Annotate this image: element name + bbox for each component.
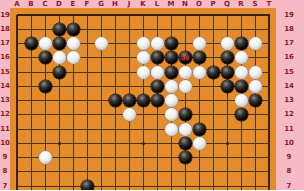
stone-white-J12 xyxy=(123,108,136,121)
grid-line xyxy=(213,15,214,190)
row-label-left-14: 14 xyxy=(0,82,11,91)
stone-black-D17 xyxy=(53,37,66,50)
stone-black-M16 xyxy=(165,51,178,64)
stone-white-O17 xyxy=(193,37,206,50)
stone-white-R16 xyxy=(235,51,248,64)
row-label-right-18: 18 xyxy=(282,25,296,34)
row-label-left-17: 17 xyxy=(0,39,11,48)
row-label-right-9: 9 xyxy=(282,153,296,162)
stone-black-O16 xyxy=(193,51,206,64)
grid-line xyxy=(16,15,18,190)
row-label-right-15: 15 xyxy=(282,68,296,77)
col-label-S: S xyxy=(248,0,262,8)
row-label-right-7: 7 xyxy=(282,182,296,191)
col-label-G: G xyxy=(94,0,108,8)
stone-white-E17 xyxy=(67,37,80,50)
row-label-left-19: 19 xyxy=(0,11,11,20)
grid-line xyxy=(268,15,270,190)
col-label-P: P xyxy=(206,0,220,8)
stone-white-M12 xyxy=(165,108,178,121)
col-label-N: N xyxy=(178,0,192,8)
stone-white-S14 xyxy=(249,80,262,93)
stone-white-D16 xyxy=(53,51,66,64)
col-label-A: A xyxy=(10,0,24,8)
col-label-T: T xyxy=(262,0,276,8)
grid-line xyxy=(17,171,270,172)
stone-white-C9 xyxy=(39,151,52,164)
grid-line xyxy=(87,15,88,190)
row-label-left-18: 18 xyxy=(0,25,11,34)
go-app-window: ABCDEFGHJKLMNOPQRST191918181717161615151… xyxy=(0,0,304,190)
row-label-left-11: 11 xyxy=(0,125,11,134)
stone-white-S17 xyxy=(249,37,262,50)
stone-white-R15 xyxy=(235,66,248,79)
grid-line xyxy=(17,114,270,115)
row-label-left-10: 10 xyxy=(0,139,11,148)
stone-black-R14 xyxy=(235,80,248,93)
stone-white-M13 xyxy=(165,94,178,107)
stone-white-M11 xyxy=(165,123,178,136)
col-label-C: C xyxy=(38,0,52,8)
grid-line xyxy=(17,186,270,187)
row-label-left-7: 7 xyxy=(0,182,11,191)
row-label-left-9: 9 xyxy=(0,153,11,162)
stone-black-C14 xyxy=(39,80,52,93)
stone-black-O11 xyxy=(193,123,206,136)
stone-black-N16: 39 xyxy=(179,51,192,64)
stone-white-G17 xyxy=(95,37,108,50)
col-label-H: H xyxy=(108,0,122,8)
row-label-right-12: 12 xyxy=(282,110,296,119)
stone-black-D15 xyxy=(53,66,66,79)
row-label-right-11: 11 xyxy=(282,125,296,134)
stone-black-M17 xyxy=(165,37,178,50)
stone-white-E16 xyxy=(67,51,80,64)
row-label-right-19: 19 xyxy=(282,11,296,20)
stone-black-N12 xyxy=(179,108,192,121)
stone-black-Q15 xyxy=(221,66,234,79)
star-point-K10 xyxy=(142,142,145,145)
row-label-right-17: 17 xyxy=(282,39,296,48)
stone-white-L15 xyxy=(151,66,164,79)
col-label-L: L xyxy=(150,0,164,8)
stone-white-K16 xyxy=(137,51,150,64)
stone-black-Q14 xyxy=(221,80,234,93)
stone-black-Q16 xyxy=(221,51,234,64)
col-label-K: K xyxy=(136,0,150,8)
stone-black-B17 xyxy=(25,37,38,50)
row-label-right-14: 14 xyxy=(282,82,296,91)
stone-black-C16 xyxy=(39,51,52,64)
col-label-R: R xyxy=(234,0,248,8)
row-label-left-13: 13 xyxy=(0,96,11,105)
stone-black-S13 xyxy=(249,94,262,107)
stone-white-K15 xyxy=(137,66,150,79)
row-label-left-15: 15 xyxy=(0,68,11,77)
stone-black-L16 xyxy=(151,51,164,64)
stone-black-K13 xyxy=(137,94,150,107)
star-point-Q10 xyxy=(226,142,229,145)
row-label-left-8: 8 xyxy=(0,167,11,176)
stone-black-L14 xyxy=(151,80,164,93)
row-label-right-16: 16 xyxy=(282,53,296,62)
stone-white-N15 xyxy=(179,66,192,79)
stone-white-R13 xyxy=(235,94,248,107)
col-label-Q: Q xyxy=(220,0,234,8)
stone-white-O15 xyxy=(193,66,206,79)
grid-line xyxy=(17,157,270,158)
col-label-M: M xyxy=(164,0,178,8)
stone-white-N11 xyxy=(179,123,192,136)
col-label-J: J xyxy=(122,0,136,8)
row-label-left-16: 16 xyxy=(0,53,11,62)
stone-black-M15 xyxy=(165,66,178,79)
stone-black-N10 xyxy=(179,137,192,150)
stone-black-F7 xyxy=(81,180,94,191)
stone-black-E18 xyxy=(67,23,80,36)
stone-white-N14 xyxy=(179,80,192,93)
col-label-O: O xyxy=(192,0,206,8)
grid-line xyxy=(17,14,270,16)
grid-line xyxy=(17,129,270,130)
stone-white-O10 xyxy=(193,137,206,150)
col-label-E: E xyxy=(66,0,80,8)
stone-white-C17 xyxy=(39,37,52,50)
stone-black-L13 xyxy=(151,94,164,107)
move-number-label: 39 xyxy=(181,55,188,61)
col-label-B: B xyxy=(24,0,38,8)
star-point-D10 xyxy=(58,142,61,145)
row-label-right-8: 8 xyxy=(282,167,296,176)
stone-white-S15 xyxy=(249,66,262,79)
col-label-D: D xyxy=(52,0,66,8)
row-label-right-10: 10 xyxy=(282,139,296,148)
stone-black-R12 xyxy=(235,108,248,121)
stone-white-Q17 xyxy=(221,37,234,50)
stone-white-M14 xyxy=(165,80,178,93)
stone-black-P15 xyxy=(207,66,220,79)
stone-black-H13 xyxy=(109,94,122,107)
stone-white-L17 xyxy=(151,37,164,50)
col-label-F: F xyxy=(80,0,94,8)
stone-black-R17 xyxy=(235,37,248,50)
row-label-right-13: 13 xyxy=(282,96,296,105)
stone-black-J13 xyxy=(123,94,136,107)
stone-black-N9 xyxy=(179,151,192,164)
stone-white-K17 xyxy=(137,37,150,50)
stone-black-D18 xyxy=(53,23,66,36)
row-label-left-12: 12 xyxy=(0,110,11,119)
